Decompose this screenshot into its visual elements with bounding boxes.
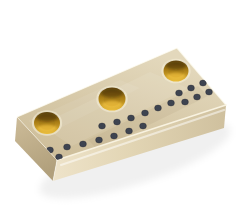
graphite-plug	[126, 128, 133, 134]
graphite-plug	[140, 123, 147, 129]
graphite-plug	[96, 137, 103, 143]
graphite-plug	[182, 99, 189, 105]
bushing-hole	[96, 86, 127, 113]
graphite-plug	[176, 90, 183, 96]
hole-top-shadow	[37, 114, 58, 122]
graphite-plug	[194, 94, 201, 100]
graphite-plug	[64, 144, 71, 150]
graphite-plug	[114, 119, 121, 125]
graphite-plug	[111, 133, 118, 139]
graphite-plug	[188, 85, 195, 91]
wear-plate-photo	[0, 0, 237, 219]
graphite-plug	[80, 141, 87, 147]
hole-bottom-glint	[102, 101, 122, 108]
graphite-plug	[206, 89, 213, 95]
bushing-hole	[32, 110, 62, 136]
hole-top-shadow	[101, 89, 123, 97]
graphite-plug	[168, 100, 175, 106]
hole-bottom-glint	[37, 125, 56, 132]
graphite-plug	[99, 123, 106, 129]
graphite-plug	[155, 105, 162, 111]
hole-top-shadow	[166, 62, 186, 70]
graphite-plug	[142, 110, 149, 116]
graphite-plug	[128, 115, 135, 121]
product-photo-canvas	[0, 0, 237, 219]
bushing-hole	[161, 59, 190, 84]
hole-bottom-glint	[167, 73, 186, 80]
